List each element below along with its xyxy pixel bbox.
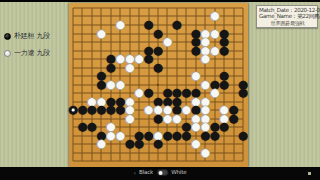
- white-stone: ●: [125, 61, 135, 73]
- player-panel: 朴廷桓 九段 一力遼 九段: [4, 31, 50, 58]
- grid-line: [233, 8, 234, 161]
- black-stone: ●: [219, 121, 229, 133]
- prev-icon[interactable]: ‹: [134, 170, 136, 176]
- white-toggle-label: White: [171, 170, 186, 176]
- white-stone: ●: [162, 36, 172, 48]
- white-stone: ●: [200, 53, 210, 65]
- black-stone: ●: [172, 19, 182, 31]
- grid-line: [73, 152, 243, 153]
- white-stone: ●: [115, 78, 125, 90]
- grid-line: [73, 161, 243, 162]
- white-stone: ●: [210, 10, 220, 22]
- black-stone: ●: [219, 44, 229, 56]
- black-stone: ●: [134, 138, 144, 150]
- white-stone: ●: [96, 138, 106, 150]
- white-stone: ●: [115, 19, 125, 31]
- black-stone: ●: [210, 129, 220, 141]
- player-row-black: 朴廷桓 九段: [4, 31, 50, 41]
- last-move-marker: [72, 109, 75, 112]
- game-name-line2: 世界囲碁最強戦: [259, 20, 316, 26]
- black-stone: ●: [238, 87, 248, 99]
- playback-controls: ‹ Black White: [134, 169, 187, 176]
- player-row-white: 一力遼 九段: [4, 48, 50, 58]
- go-board[interactable]: ●●●●●●●●●●●●●●●●●●●●●●●●●●●●●●●●●●●●●●●●…: [69, 3, 248, 167]
- tatami-background: ●●●●●●●●●●●●●●●●●●●●●●●●●●●●●●●●●●●●●●●●…: [0, 2, 320, 167]
- match-info-box: Match_Date：2020-12-06 Game_Name：第22回農心杯 …: [256, 5, 318, 28]
- board-lines: ●●●●●●●●●●●●●●●●●●●●●●●●●●●●●●●●●●●●●●●●…: [73, 8, 243, 161]
- black-stone: ●: [238, 129, 248, 141]
- black-stone: ●: [153, 44, 163, 56]
- black-stone: ●: [106, 61, 116, 73]
- white-stone: ●: [96, 27, 106, 39]
- white-stone-icon: [4, 50, 11, 57]
- black-stone: ●: [229, 112, 239, 124]
- black-player-label: 朴廷桓 九段: [14, 31, 50, 41]
- black-stone-icon: [4, 33, 11, 40]
- white-player-label: 一力遼 九段: [14, 48, 50, 58]
- black-stone: ●: [219, 78, 229, 90]
- corner-dot: [308, 172, 311, 175]
- bottom-bar: ‹ Black White: [0, 167, 320, 180]
- game-name-line: Game_Name：第22回農心杯: [259, 13, 316, 19]
- toggle-knob-icon: [158, 171, 162, 175]
- turn-toggle[interactable]: [156, 169, 168, 176]
- black-stone: ●: [153, 61, 163, 73]
- white-stone: ●: [210, 87, 220, 99]
- black-stone: ●: [153, 138, 163, 150]
- black-toggle-label: Black: [139, 170, 153, 176]
- white-stone: ●: [200, 146, 210, 158]
- white-stone: ●: [125, 112, 135, 124]
